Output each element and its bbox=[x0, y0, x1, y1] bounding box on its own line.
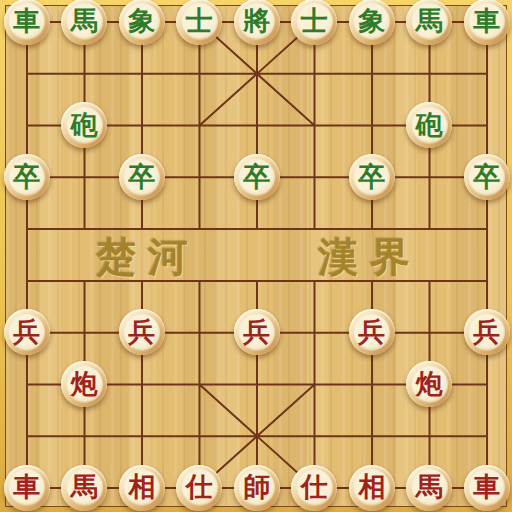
piece-glyph: 將 bbox=[243, 7, 270, 34]
piece-red-soldier[interactable]: 兵 bbox=[234, 309, 280, 355]
piece-black-soldier[interactable]: 卒 bbox=[349, 154, 395, 200]
piece-red-cannon[interactable]: 炮 bbox=[61, 361, 107, 407]
board-intersection[interactable]: 士 bbox=[171, 0, 229, 48]
piece-black-horse[interactable]: 馬 bbox=[406, 0, 452, 45]
piece-glyph: 士 bbox=[186, 7, 213, 34]
piece-face: 象 bbox=[123, 3, 160, 40]
piece-face: 砲 bbox=[411, 107, 448, 144]
piece-face: 卒 bbox=[8, 159, 45, 196]
piece-red-advisor[interactable]: 仕 bbox=[291, 465, 337, 511]
piece-black-soldier[interactable]: 卒 bbox=[119, 154, 165, 200]
piece-face: 炮 bbox=[411, 366, 448, 403]
piece-glyph: 車 bbox=[473, 473, 500, 500]
board-intersection[interactable]: 兵 bbox=[343, 307, 401, 359]
piece-face: 車 bbox=[8, 469, 45, 506]
piece-red-soldier[interactable]: 兵 bbox=[464, 309, 510, 355]
piece-face: 車 bbox=[8, 3, 45, 40]
piece-black-chariot[interactable]: 車 bbox=[4, 0, 50, 45]
piece-glyph: 象 bbox=[358, 7, 385, 34]
board-intersection[interactable]: 車 bbox=[0, 462, 56, 512]
board-intersection[interactable]: 兵 bbox=[113, 307, 171, 359]
piece-face: 象 bbox=[353, 3, 390, 40]
piece-glyph: 士 bbox=[301, 7, 328, 34]
board-intersection[interactable]: 象 bbox=[343, 0, 401, 48]
piece-glyph: 砲 bbox=[71, 111, 98, 138]
board-intersection[interactable]: 馬 bbox=[401, 462, 459, 512]
board-intersection[interactable]: 相 bbox=[343, 462, 401, 512]
board-intersection[interactable]: 兵 bbox=[228, 307, 286, 359]
board-intersection[interactable]: 砲 bbox=[56, 100, 114, 152]
board-intersection[interactable]: 車 bbox=[0, 0, 56, 48]
xiangqi-board[interactable]: 車馬象士將士象馬車砲砲卒卒卒卒卒兵兵兵兵兵炮炮車馬相仕師仕相馬車 bbox=[0, 0, 512, 512]
piece-glyph: 兵 bbox=[128, 318, 155, 345]
piece-glyph: 馬 bbox=[416, 473, 443, 500]
piece-red-general[interactable]: 師 bbox=[234, 465, 280, 511]
board-intersection[interactable]: 兵 bbox=[458, 307, 512, 359]
piece-face: 砲 bbox=[66, 107, 103, 144]
board-intersection[interactable]: 卒 bbox=[113, 151, 171, 203]
board-intersection[interactable]: 馬 bbox=[401, 0, 459, 48]
piece-black-cannon[interactable]: 砲 bbox=[406, 102, 452, 148]
board-intersection[interactable]: 仕 bbox=[286, 462, 344, 512]
piece-face: 兵 bbox=[8, 314, 45, 351]
piece-face: 卒 bbox=[468, 159, 505, 196]
piece-face: 炮 bbox=[66, 366, 103, 403]
piece-face: 車 bbox=[468, 469, 505, 506]
piece-glyph: 卒 bbox=[13, 163, 40, 190]
piece-glyph: 卒 bbox=[128, 163, 155, 190]
piece-glyph: 兵 bbox=[358, 318, 385, 345]
piece-glyph: 車 bbox=[13, 7, 40, 34]
piece-face: 兵 bbox=[353, 314, 390, 351]
piece-face: 車 bbox=[468, 3, 505, 40]
board-intersection[interactable]: 將 bbox=[228, 0, 286, 48]
board-intersection[interactable]: 炮 bbox=[56, 358, 114, 410]
piece-face: 兵 bbox=[238, 314, 275, 351]
piece-black-advisor[interactable]: 士 bbox=[291, 0, 337, 45]
piece-face: 士 bbox=[296, 3, 333, 40]
board-intersection[interactable]: 卒 bbox=[228, 151, 286, 203]
piece-black-elephant[interactable]: 象 bbox=[349, 0, 395, 45]
board-intersection[interactable]: 卒 bbox=[0, 151, 56, 203]
piece-face: 仕 bbox=[296, 469, 333, 506]
piece-glyph: 炮 bbox=[71, 370, 98, 397]
piece-glyph: 仕 bbox=[186, 473, 213, 500]
piece-face: 相 bbox=[123, 469, 160, 506]
piece-red-elephant[interactable]: 相 bbox=[119, 465, 165, 511]
board-intersection[interactable]: 炮 bbox=[401, 358, 459, 410]
board-intersection[interactable]: 馬 bbox=[56, 0, 114, 48]
piece-black-general[interactable]: 將 bbox=[234, 0, 280, 45]
piece-glyph: 象 bbox=[128, 7, 155, 34]
piece-face: 卒 bbox=[238, 159, 275, 196]
piece-glyph: 相 bbox=[358, 473, 385, 500]
board-intersection[interactable]: 兵 bbox=[0, 307, 56, 359]
piece-glyph: 卒 bbox=[473, 163, 500, 190]
piece-red-cannon[interactable]: 炮 bbox=[406, 361, 452, 407]
piece-black-cannon[interactable]: 砲 bbox=[61, 102, 107, 148]
piece-red-chariot[interactable]: 車 bbox=[4, 465, 50, 511]
piece-glyph: 兵 bbox=[473, 318, 500, 345]
piece-glyph: 兵 bbox=[13, 318, 40, 345]
piece-glyph: 馬 bbox=[416, 7, 443, 34]
piece-face: 卒 bbox=[353, 159, 390, 196]
piece-black-soldier[interactable]: 卒 bbox=[234, 154, 280, 200]
piece-glyph: 仕 bbox=[301, 473, 328, 500]
piece-black-advisor[interactable]: 士 bbox=[176, 0, 222, 45]
piece-glyph: 師 bbox=[243, 473, 270, 500]
piece-glyph: 車 bbox=[13, 473, 40, 500]
piece-black-chariot[interactable]: 車 bbox=[464, 0, 510, 45]
board-intersection[interactable]: 砲 bbox=[401, 100, 459, 152]
board-intersection[interactable]: 車 bbox=[458, 0, 512, 48]
piece-glyph: 卒 bbox=[243, 163, 270, 190]
piece-glyph: 炮 bbox=[416, 370, 443, 397]
board-intersection[interactable]: 馬 bbox=[56, 462, 114, 512]
piece-glyph: 車 bbox=[473, 7, 500, 34]
board-intersection[interactable]: 仕 bbox=[171, 462, 229, 512]
piece-red-advisor[interactable]: 仕 bbox=[176, 465, 222, 511]
piece-face: 馬 bbox=[66, 469, 103, 506]
board-intersection[interactable]: 卒 bbox=[343, 151, 401, 203]
piece-face: 仕 bbox=[181, 469, 218, 506]
board-intersection[interactable]: 相 bbox=[113, 462, 171, 512]
piece-face: 士 bbox=[181, 3, 218, 40]
board-intersection[interactable]: 卒 bbox=[458, 151, 512, 203]
piece-glyph: 砲 bbox=[416, 111, 443, 138]
piece-face: 馬 bbox=[411, 3, 448, 40]
piece-glyph: 卒 bbox=[358, 163, 385, 190]
piece-red-soldier[interactable]: 兵 bbox=[119, 309, 165, 355]
board-intersection[interactable]: 士 bbox=[286, 0, 344, 48]
piece-black-soldier[interactable]: 卒 bbox=[4, 154, 50, 200]
piece-face: 師 bbox=[238, 469, 275, 506]
board-intersection[interactable]: 象 bbox=[113, 0, 171, 48]
piece-face: 馬 bbox=[66, 3, 103, 40]
piece-red-soldier[interactable]: 兵 bbox=[4, 309, 50, 355]
piece-glyph: 相 bbox=[128, 473, 155, 500]
piece-glyph: 馬 bbox=[71, 473, 98, 500]
piece-black-soldier[interactable]: 卒 bbox=[464, 154, 510, 200]
piece-red-horse[interactable]: 馬 bbox=[61, 465, 107, 511]
piece-face: 馬 bbox=[411, 469, 448, 506]
piece-glyph: 馬 bbox=[71, 7, 98, 34]
xiangqi-app: 楚河 漢界 車馬象士將士象馬車砲砲卒卒卒卒卒兵兵兵兵兵炮炮車馬相仕師仕相馬車 bbox=[0, 0, 512, 512]
piece-face: 相 bbox=[353, 469, 390, 506]
piece-red-elephant[interactable]: 相 bbox=[349, 465, 395, 511]
piece-red-horse[interactable]: 馬 bbox=[406, 465, 452, 511]
board-intersection[interactable]: 師 bbox=[228, 462, 286, 512]
piece-black-elephant[interactable]: 象 bbox=[119, 0, 165, 45]
piece-red-chariot[interactable]: 車 bbox=[464, 465, 510, 511]
piece-glyph: 兵 bbox=[243, 318, 270, 345]
piece-black-horse[interactable]: 馬 bbox=[61, 0, 107, 45]
board-intersection[interactable]: 車 bbox=[458, 462, 512, 512]
piece-face: 卒 bbox=[123, 159, 160, 196]
piece-face: 兵 bbox=[123, 314, 160, 351]
piece-face: 將 bbox=[238, 3, 275, 40]
piece-red-soldier[interactable]: 兵 bbox=[349, 309, 395, 355]
piece-face: 兵 bbox=[468, 314, 505, 351]
